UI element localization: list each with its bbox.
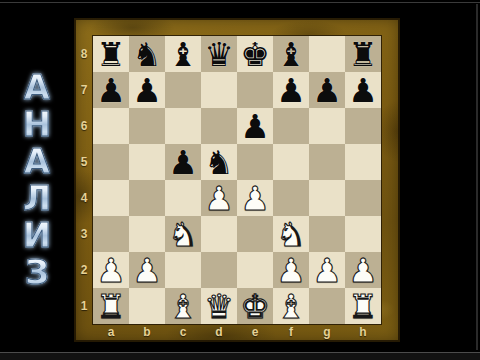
- square-d5[interactable]: ♞: [201, 144, 237, 180]
- black-pawn[interactable]: ♟: [348, 74, 378, 107]
- rank-label-6: 6: [76, 108, 92, 144]
- square-c4[interactable]: [165, 180, 201, 216]
- square-c1[interactable]: ♝: [165, 288, 201, 324]
- square-g4[interactable]: [309, 180, 345, 216]
- rank-label-8: 8: [76, 36, 92, 72]
- square-b2[interactable]: ♟: [129, 252, 165, 288]
- square-b4[interactable]: [129, 180, 165, 216]
- black-pawn[interactable]: ♟: [276, 74, 306, 107]
- square-e2[interactable]: [237, 252, 273, 288]
- white-bishop[interactable]: ♝: [276, 290, 306, 323]
- square-f7[interactable]: ♟: [273, 72, 309, 108]
- square-a1[interactable]: ♜: [93, 288, 129, 324]
- square-g1[interactable]: [309, 288, 345, 324]
- square-d3[interactable]: [201, 216, 237, 252]
- square-f2[interactable]: ♟: [273, 252, 309, 288]
- square-c7[interactable]: [165, 72, 201, 108]
- white-knight[interactable]: ♞: [276, 218, 306, 251]
- square-e4[interactable]: ♟: [237, 180, 273, 216]
- file-label-b: b: [129, 323, 165, 341]
- black-rook[interactable]: ♜: [96, 38, 126, 71]
- chess-board: ♜♞♝♛♚♝♜♟♟♟♟♟♟♟♞♟♟♞♞♟♟♟♟♟♜♝♛♚♝♜: [93, 36, 381, 324]
- black-king[interactable]: ♚: [240, 38, 270, 71]
- square-f8[interactable]: ♝: [273, 36, 309, 72]
- square-h6[interactable]: [345, 108, 381, 144]
- white-pawn[interactable]: ♟: [132, 254, 162, 287]
- square-g7[interactable]: ♟: [309, 72, 345, 108]
- black-bishop[interactable]: ♝: [276, 38, 306, 71]
- square-e1[interactable]: ♚: [237, 288, 273, 324]
- square-g6[interactable]: [309, 108, 345, 144]
- vertical-title-analiz: А Н А Л И З: [12, 69, 62, 290]
- square-h2[interactable]: ♟: [345, 252, 381, 288]
- square-f4[interactable]: [273, 180, 309, 216]
- black-bishop[interactable]: ♝: [168, 38, 198, 71]
- title-letter-1: А: [24, 69, 50, 105]
- square-e3[interactable]: [237, 216, 273, 252]
- title-letter-3: А: [24, 143, 50, 179]
- rank-label-7: 7: [76, 72, 92, 108]
- square-a5[interactable]: [93, 144, 129, 180]
- rank-label-4: 4: [76, 180, 92, 216]
- white-pawn[interactable]: ♟: [240, 182, 270, 215]
- square-f1[interactable]: ♝: [273, 288, 309, 324]
- white-king[interactable]: ♚: [240, 290, 270, 323]
- file-label-e: e: [237, 323, 273, 341]
- scanline-artifact-bottom-band: [0, 353, 480, 360]
- square-b3[interactable]: [129, 216, 165, 252]
- rank-label-3: 3: [76, 216, 92, 252]
- black-pawn[interactable]: ♟: [96, 74, 126, 107]
- square-g5[interactable]: [309, 144, 345, 180]
- square-b6[interactable]: [129, 108, 165, 144]
- square-a7[interactable]: ♟: [93, 72, 129, 108]
- video-frame: А Н А Л И З ♜♞♝♛♚♝♜♟♟♟♟♟♟♟♞♟♟♞♞♟♟♟♟♟♜♝♛♚…: [0, 0, 480, 360]
- rank-label-2: 2: [76, 252, 92, 288]
- square-g8[interactable]: [309, 36, 345, 72]
- square-d7[interactable]: [201, 72, 237, 108]
- square-d8[interactable]: ♛: [201, 36, 237, 72]
- white-pawn[interactable]: ♟: [312, 254, 342, 287]
- square-c8[interactable]: ♝: [165, 36, 201, 72]
- file-label-h: h: [345, 323, 381, 341]
- square-c2[interactable]: [165, 252, 201, 288]
- square-b1[interactable]: [129, 288, 165, 324]
- black-pawn[interactable]: ♟: [240, 110, 270, 143]
- square-d2[interactable]: [201, 252, 237, 288]
- white-pawn[interactable]: ♟: [204, 182, 234, 215]
- square-h5[interactable]: [345, 144, 381, 180]
- square-e8[interactable]: ♚: [237, 36, 273, 72]
- board-frame: ♜♞♝♛♚♝♜♟♟♟♟♟♟♟♞♟♟♞♞♟♟♟♟♟♜♝♛♚♝♜ 87654321a…: [74, 18, 400, 342]
- title-letter-6: З: [25, 254, 49, 290]
- square-f3[interactable]: ♞: [273, 216, 309, 252]
- square-b8[interactable]: ♞: [129, 36, 165, 72]
- rank-label-5: 5: [76, 144, 92, 180]
- white-pawn[interactable]: ♟: [276, 254, 306, 287]
- square-d1[interactable]: ♛: [201, 288, 237, 324]
- white-pawn[interactable]: ♟: [96, 254, 126, 287]
- square-c6[interactable]: [165, 108, 201, 144]
- black-queen[interactable]: ♛: [204, 38, 234, 71]
- square-e6[interactable]: ♟: [237, 108, 273, 144]
- black-knight[interactable]: ♞: [132, 38, 162, 71]
- white-queen[interactable]: ♛: [204, 290, 234, 323]
- black-knight[interactable]: ♞: [204, 146, 234, 179]
- square-c5[interactable]: ♟: [165, 144, 201, 180]
- white-rook[interactable]: ♜: [96, 290, 126, 323]
- white-pawn[interactable]: ♟: [348, 254, 378, 287]
- black-pawn[interactable]: ♟: [168, 146, 198, 179]
- square-a2[interactable]: ♟: [93, 252, 129, 288]
- file-label-a: a: [93, 323, 129, 341]
- rank-label-1: 1: [76, 288, 92, 324]
- scanline-artifact-top: [0, 2, 480, 3]
- square-b5[interactable]: [129, 144, 165, 180]
- square-e5[interactable]: [237, 144, 273, 180]
- white-knight[interactable]: ♞: [168, 218, 198, 251]
- square-a6[interactable]: [93, 108, 129, 144]
- square-a4[interactable]: [93, 180, 129, 216]
- black-pawn[interactable]: ♟: [312, 74, 342, 107]
- title-letter-4: Л: [23, 180, 51, 216]
- square-c3[interactable]: ♞: [165, 216, 201, 252]
- square-d4[interactable]: ♟: [201, 180, 237, 216]
- square-g2[interactable]: ♟: [309, 252, 345, 288]
- file-label-g: g: [309, 323, 345, 341]
- black-pawn[interactable]: ♟: [132, 74, 162, 107]
- square-a3[interactable]: [93, 216, 129, 252]
- square-g3[interactable]: [309, 216, 345, 252]
- square-h8[interactable]: ♜: [345, 36, 381, 72]
- square-h7[interactable]: ♟: [345, 72, 381, 108]
- square-f6[interactable]: [273, 108, 309, 144]
- square-h3[interactable]: [345, 216, 381, 252]
- black-rook[interactable]: ♜: [348, 38, 378, 71]
- file-label-d: d: [201, 323, 237, 341]
- title-letter-2: Н: [23, 106, 51, 142]
- white-rook[interactable]: ♜: [348, 290, 378, 323]
- square-h1[interactable]: ♜: [345, 288, 381, 324]
- square-b7[interactable]: ♟: [129, 72, 165, 108]
- square-h4[interactable]: [345, 180, 381, 216]
- square-d6[interactable]: [201, 108, 237, 144]
- file-label-f: f: [273, 323, 309, 341]
- square-f5[interactable]: [273, 144, 309, 180]
- white-bishop[interactable]: ♝: [168, 290, 198, 323]
- square-e7[interactable]: [237, 72, 273, 108]
- title-letter-5: И: [23, 217, 51, 253]
- scanline-artifact-bottom: [0, 352, 480, 353]
- scanline-artifact-right: [476, 4, 478, 350]
- square-a8[interactable]: ♜: [93, 36, 129, 72]
- file-label-c: c: [165, 323, 201, 341]
